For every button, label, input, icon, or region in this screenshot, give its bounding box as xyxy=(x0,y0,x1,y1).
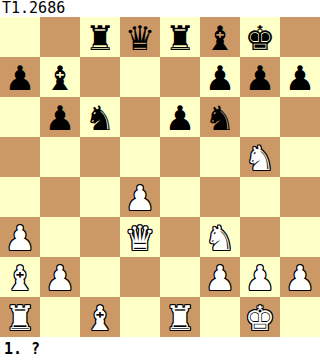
square-a2[interactable]: ♝ xyxy=(0,257,40,297)
white-bishop-c1[interactable]: ♝ xyxy=(85,299,115,337)
square-a7[interactable]: ♟ xyxy=(0,57,40,97)
square-f5[interactable] xyxy=(200,137,240,177)
square-c2[interactable] xyxy=(80,257,120,297)
square-c3[interactable] xyxy=(80,217,120,257)
black-pawn-e6[interactable]: ♟ xyxy=(165,99,195,137)
square-c5[interactable] xyxy=(80,137,120,177)
square-g3[interactable] xyxy=(240,217,280,257)
black-bishop-b7[interactable]: ♝ xyxy=(45,59,75,97)
square-b5[interactable] xyxy=(40,137,80,177)
square-c4[interactable] xyxy=(80,177,120,217)
square-h3[interactable] xyxy=(280,217,320,257)
square-e5[interactable] xyxy=(160,137,200,177)
square-e3[interactable] xyxy=(160,217,200,257)
square-b6[interactable]: ♟ xyxy=(40,97,80,137)
white-pawn-a3[interactable]: ♟ xyxy=(5,219,35,257)
square-h6[interactable] xyxy=(280,97,320,137)
square-h7[interactable]: ♟ xyxy=(280,57,320,97)
black-bishop-f8[interactable]: ♝ xyxy=(205,19,235,57)
black-rook-c8[interactable]: ♜ xyxy=(85,19,115,57)
square-b2[interactable]: ♟ xyxy=(40,257,80,297)
white-pawn-h2[interactable]: ♟ xyxy=(285,259,315,297)
square-b8[interactable] xyxy=(40,17,80,57)
square-d2[interactable] xyxy=(120,257,160,297)
black-rook-e8[interactable]: ♜ xyxy=(165,19,195,57)
square-d7[interactable] xyxy=(120,57,160,97)
square-c8[interactable]: ♜ xyxy=(80,17,120,57)
black-queen-d8[interactable]: ♛ xyxy=(125,19,155,57)
square-e8[interactable]: ♜ xyxy=(160,17,200,57)
black-knight-f6[interactable]: ♞ xyxy=(205,99,235,137)
black-knight-c6[interactable]: ♞ xyxy=(85,99,115,137)
square-f4[interactable] xyxy=(200,177,240,217)
black-pawn-h7[interactable]: ♟ xyxy=(285,59,315,97)
square-b1[interactable] xyxy=(40,297,80,337)
square-g1[interactable]: ♚ xyxy=(240,297,280,337)
square-e7[interactable] xyxy=(160,57,200,97)
square-h8[interactable] xyxy=(280,17,320,57)
square-f2[interactable]: ♟ xyxy=(200,257,240,297)
square-b4[interactable] xyxy=(40,177,80,217)
white-king-g1[interactable]: ♚ xyxy=(245,299,275,337)
chess-board: ♜♛♜♝♚♟♝♟♟♟♟♞♟♞♞♟♟♛♞♝♟♟♟♟♜♝♜♚ xyxy=(0,17,320,337)
square-c1[interactable]: ♝ xyxy=(80,297,120,337)
black-pawn-f7[interactable]: ♟ xyxy=(205,59,235,97)
square-a1[interactable]: ♜ xyxy=(0,297,40,337)
white-pawn-g2[interactable]: ♟ xyxy=(245,259,275,297)
square-f8[interactable]: ♝ xyxy=(200,17,240,57)
square-d1[interactable] xyxy=(120,297,160,337)
square-e1[interactable]: ♜ xyxy=(160,297,200,337)
square-d6[interactable] xyxy=(120,97,160,137)
white-knight-f3[interactable]: ♞ xyxy=(205,219,235,257)
square-e2[interactable] xyxy=(160,257,200,297)
move-prompt: 1. ? xyxy=(0,340,40,358)
square-f1[interactable] xyxy=(200,297,240,337)
square-g4[interactable] xyxy=(240,177,280,217)
square-f7[interactable]: ♟ xyxy=(200,57,240,97)
white-pawn-d4[interactable]: ♟ xyxy=(125,179,155,217)
square-h2[interactable]: ♟ xyxy=(280,257,320,297)
square-a6[interactable] xyxy=(0,97,40,137)
titlebar: T1.2686 xyxy=(0,0,320,17)
white-pawn-b2[interactable]: ♟ xyxy=(45,259,75,297)
square-g8[interactable]: ♚ xyxy=(240,17,280,57)
puzzle-id: T1.2686 xyxy=(0,1,65,16)
square-c7[interactable] xyxy=(80,57,120,97)
square-b7[interactable]: ♝ xyxy=(40,57,80,97)
square-a8[interactable] xyxy=(0,17,40,57)
square-a3[interactable]: ♟ xyxy=(0,217,40,257)
white-knight-g5[interactable]: ♞ xyxy=(245,139,275,177)
square-d3[interactable]: ♛ xyxy=(120,217,160,257)
square-e6[interactable]: ♟ xyxy=(160,97,200,137)
square-g6[interactable] xyxy=(240,97,280,137)
square-e4[interactable] xyxy=(160,177,200,217)
white-queen-d3[interactable]: ♛ xyxy=(125,219,155,257)
square-d4[interactable]: ♟ xyxy=(120,177,160,217)
statusbar: 1. ? xyxy=(0,337,320,360)
square-f6[interactable]: ♞ xyxy=(200,97,240,137)
white-bishop-a2[interactable]: ♝ xyxy=(5,259,35,297)
black-king-g8[interactable]: ♚ xyxy=(245,19,275,57)
square-h4[interactable] xyxy=(280,177,320,217)
square-g5[interactable]: ♞ xyxy=(240,137,280,177)
black-pawn-a7[interactable]: ♟ xyxy=(5,59,35,97)
square-b3[interactable] xyxy=(40,217,80,257)
square-f3[interactable]: ♞ xyxy=(200,217,240,257)
square-h5[interactable] xyxy=(280,137,320,177)
square-g2[interactable]: ♟ xyxy=(240,257,280,297)
square-a4[interactable] xyxy=(0,177,40,217)
white-pawn-f2[interactable]: ♟ xyxy=(205,259,235,297)
white-rook-a1[interactable]: ♜ xyxy=(5,299,35,337)
black-pawn-b6[interactable]: ♟ xyxy=(45,99,75,137)
square-g7[interactable]: ♟ xyxy=(240,57,280,97)
square-d8[interactable]: ♛ xyxy=(120,17,160,57)
square-h1[interactable] xyxy=(280,297,320,337)
square-d5[interactable] xyxy=(120,137,160,177)
white-rook-e1[interactable]: ♜ xyxy=(165,299,195,337)
black-pawn-g7[interactable]: ♟ xyxy=(245,59,275,97)
square-c6[interactable]: ♞ xyxy=(80,97,120,137)
square-a5[interactable] xyxy=(0,137,40,177)
